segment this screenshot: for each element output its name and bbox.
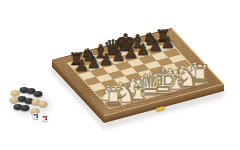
checker-black	[34, 91, 43, 97]
die-1	[33, 113, 40, 120]
die-2	[42, 115, 49, 122]
checker-tan	[10, 97, 19, 103]
checker-black	[21, 105, 30, 111]
product-photo-scene: ♜♞♟♝♟♚♟♛♟♝♟♞♟♜♟♟♟♟♜♟♞♟♝♟♚♟♛♟♝♟♞♜	[0, 0, 240, 150]
checker-tan	[39, 101, 48, 107]
checker-tan	[11, 90, 20, 96]
